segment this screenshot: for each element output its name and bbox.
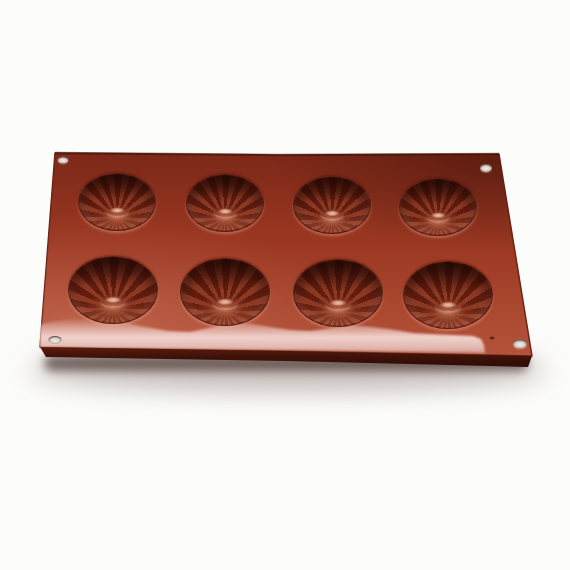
- photo-canvas: [0, 0, 570, 570]
- silicone-mold: [38, 148, 538, 383]
- corner-holes: [38, 148, 538, 383]
- corner-hole-bottom-left: [49, 336, 62, 344]
- corner-hole-top-right: [480, 164, 492, 172]
- corner-hole-top-left: [58, 157, 69, 164]
- corner-hole-bottom-right: [513, 340, 527, 349]
